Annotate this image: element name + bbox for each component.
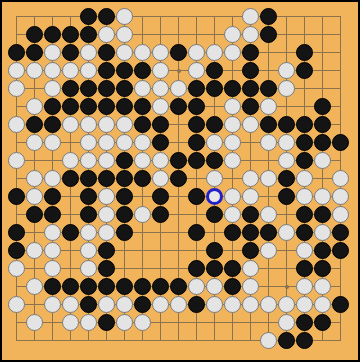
white-stone [314, 296, 331, 313]
white-stone [260, 98, 277, 115]
black-stone [296, 260, 313, 277]
white-stone [206, 170, 223, 187]
black-stone [62, 98, 79, 115]
black-stone [116, 80, 133, 97]
black-stone [116, 170, 133, 187]
white-stone [224, 26, 241, 43]
white-stone [80, 260, 97, 277]
white-stone [98, 116, 115, 133]
black-stone [98, 44, 115, 61]
white-stone [8, 152, 25, 169]
black-stone [62, 80, 79, 97]
black-stone [80, 80, 97, 97]
white-stone [80, 44, 97, 61]
white-stone [98, 134, 115, 151]
white-stone [134, 152, 151, 169]
white-stone [116, 296, 133, 313]
white-stone [80, 314, 97, 331]
black-stone [296, 116, 313, 133]
black-stone [188, 116, 205, 133]
black-stone [44, 188, 61, 205]
white-stone [242, 8, 259, 25]
white-stone [224, 98, 241, 115]
black-stone [62, 278, 79, 295]
white-stone [116, 314, 133, 331]
white-stone [206, 44, 223, 61]
black-stone [98, 242, 115, 259]
black-stone [296, 62, 313, 79]
black-stone [80, 296, 97, 313]
black-stone [98, 260, 115, 277]
white-stone [242, 296, 259, 313]
black-stone [134, 98, 151, 115]
black-stone [224, 278, 241, 295]
black-stone [278, 332, 295, 349]
black-stone [80, 206, 97, 223]
grid-line-horizontal [16, 214, 341, 215]
black-stone [188, 188, 205, 205]
white-stone [242, 278, 259, 295]
white-stone [278, 224, 295, 241]
white-stone [98, 188, 115, 205]
black-stone [116, 98, 133, 115]
white-stone [314, 188, 331, 205]
white-stone [26, 314, 43, 331]
black-stone [152, 188, 169, 205]
black-stone [332, 134, 349, 151]
black-stone [188, 224, 205, 241]
white-stone [224, 134, 241, 151]
star-point [177, 69, 181, 73]
white-stone [278, 152, 295, 169]
black-stone [8, 44, 25, 61]
white-stone [26, 134, 43, 151]
black-stone [260, 224, 277, 241]
black-stone [278, 170, 295, 187]
black-stone [98, 170, 115, 187]
black-stone [206, 116, 223, 133]
white-stone [224, 206, 241, 223]
white-stone [26, 278, 43, 295]
black-stone [170, 152, 187, 169]
white-stone [314, 152, 331, 169]
white-stone [296, 242, 313, 259]
black-stone [62, 224, 79, 241]
black-stone [80, 98, 97, 115]
white-stone [44, 224, 61, 241]
white-stone [8, 62, 25, 79]
white-stone [224, 188, 241, 205]
white-stone [314, 278, 331, 295]
white-stone [296, 278, 313, 295]
black-stone [206, 80, 223, 97]
white-stone [242, 188, 259, 205]
black-stone [116, 62, 133, 79]
grid-line-horizontal [16, 268, 341, 269]
white-stone [260, 332, 277, 349]
black-stone [170, 170, 187, 187]
white-stone [116, 134, 133, 151]
black-stone [332, 296, 349, 313]
white-stone [188, 62, 205, 79]
black-stone [26, 116, 43, 133]
black-stone [314, 260, 331, 277]
black-stone [152, 134, 169, 151]
black-stone [332, 242, 349, 259]
white-stone [278, 62, 295, 79]
black-stone [8, 224, 25, 241]
black-stone [206, 152, 223, 169]
black-stone [278, 116, 295, 133]
white-stone [152, 152, 169, 169]
black-stone [242, 98, 259, 115]
black-stone [296, 332, 313, 349]
white-stone [296, 170, 313, 187]
screenshot-stage [0, 0, 360, 362]
black-stone [116, 188, 133, 205]
black-stone [314, 116, 331, 133]
last-move-marker-stone [206, 188, 223, 205]
white-stone [278, 314, 295, 331]
white-stone [44, 296, 61, 313]
white-stone [8, 296, 25, 313]
black-stone [314, 206, 331, 223]
black-stone [44, 26, 61, 43]
black-stone [242, 62, 259, 79]
go-board[interactable] [0, 0, 360, 362]
white-stone [170, 80, 187, 97]
black-stone [80, 188, 97, 205]
black-stone [296, 314, 313, 331]
black-stone [26, 206, 43, 223]
white-stone [26, 170, 43, 187]
white-stone [260, 206, 277, 223]
black-stone [314, 98, 331, 115]
black-stone [260, 80, 277, 97]
black-stone [314, 134, 331, 151]
black-stone [152, 206, 169, 223]
white-stone [26, 62, 43, 79]
black-stone [98, 314, 115, 331]
white-stone [260, 242, 277, 259]
grid-line-horizontal [16, 16, 341, 17]
black-stone [188, 260, 205, 277]
black-stone [242, 206, 259, 223]
black-stone [170, 44, 187, 61]
black-stone [98, 62, 115, 79]
black-stone [314, 314, 331, 331]
black-stone [206, 242, 223, 259]
white-stone [260, 170, 277, 187]
white-stone [152, 296, 169, 313]
black-stone [170, 278, 187, 295]
white-stone [260, 296, 277, 313]
white-stone [134, 314, 151, 331]
white-stone [116, 8, 133, 25]
black-stone [26, 44, 43, 61]
white-stone [98, 26, 115, 43]
black-stone [98, 8, 115, 25]
black-stone [80, 8, 97, 25]
white-stone [242, 170, 259, 187]
white-stone [332, 170, 349, 187]
black-stone [134, 170, 151, 187]
black-stone [242, 224, 259, 241]
black-stone [98, 98, 115, 115]
black-stone [62, 26, 79, 43]
grid-line-horizontal [16, 250, 341, 251]
white-stone [62, 116, 79, 133]
black-stone [206, 260, 223, 277]
black-stone [8, 242, 25, 259]
black-stone [80, 278, 97, 295]
black-stone [44, 98, 61, 115]
black-stone [188, 296, 205, 313]
white-stone [278, 296, 295, 313]
black-stone [188, 152, 205, 169]
white-stone [116, 116, 133, 133]
white-stone [314, 224, 331, 241]
white-stone [98, 224, 115, 241]
black-stone [152, 116, 169, 133]
white-stone [332, 188, 349, 205]
black-stone [152, 278, 169, 295]
black-stone [332, 224, 349, 241]
white-stone [98, 206, 115, 223]
white-stone [26, 188, 43, 205]
black-stone [296, 206, 313, 223]
black-stone [26, 26, 43, 43]
black-stone [296, 224, 313, 241]
white-stone [44, 80, 61, 97]
white-stone [116, 26, 133, 43]
white-stone [224, 152, 241, 169]
white-stone [206, 134, 223, 151]
black-stone [206, 62, 223, 79]
black-stone [278, 188, 295, 205]
white-stone [116, 44, 133, 61]
white-stone [62, 296, 79, 313]
white-stone [44, 170, 61, 187]
black-stone [188, 80, 205, 97]
white-stone [278, 80, 295, 97]
white-stone [152, 170, 169, 187]
black-stone [314, 242, 331, 259]
white-stone [80, 242, 97, 259]
white-stone [8, 116, 25, 133]
black-stone [116, 152, 133, 169]
white-stone [206, 296, 223, 313]
white-stone [62, 62, 79, 79]
white-stone [332, 206, 349, 223]
black-stone [80, 170, 97, 187]
white-stone [242, 116, 259, 133]
black-stone [224, 260, 241, 277]
black-stone [116, 278, 133, 295]
black-stone [98, 278, 115, 295]
black-stone [116, 206, 133, 223]
white-stone [80, 62, 97, 79]
white-stone [260, 134, 277, 151]
black-stone [44, 206, 61, 223]
black-stone [242, 80, 259, 97]
white-stone [296, 188, 313, 205]
black-stone [260, 26, 277, 43]
white-stone [80, 224, 97, 241]
white-stone [98, 152, 115, 169]
white-stone [134, 44, 151, 61]
white-stone [296, 296, 313, 313]
white-stone [278, 134, 295, 151]
white-stone [224, 116, 241, 133]
black-stone [296, 44, 313, 61]
white-stone [224, 44, 241, 61]
white-stone [152, 80, 169, 97]
white-stone [80, 116, 97, 133]
black-stone [80, 26, 97, 43]
white-stone [80, 152, 97, 169]
white-stone [242, 26, 259, 43]
black-stone [260, 8, 277, 25]
black-stone [242, 242, 259, 259]
black-stone [134, 296, 151, 313]
white-stone [188, 278, 205, 295]
black-stone [44, 278, 61, 295]
white-stone [152, 44, 169, 61]
black-stone [260, 116, 277, 133]
white-stone [242, 260, 259, 277]
white-stone [80, 134, 97, 151]
black-stone [296, 134, 313, 151]
white-stone [170, 296, 187, 313]
black-stone [134, 62, 151, 79]
white-stone [134, 134, 151, 151]
white-stone [62, 152, 79, 169]
white-stone [134, 80, 151, 97]
white-stone [26, 98, 43, 115]
black-stone [242, 44, 259, 61]
white-stone [152, 98, 169, 115]
black-stone [296, 152, 313, 169]
black-stone [8, 188, 25, 205]
white-stone [134, 206, 151, 223]
black-stone [206, 206, 223, 223]
black-stone [134, 278, 151, 295]
white-stone [188, 44, 205, 61]
black-stone [170, 98, 187, 115]
white-stone [224, 296, 241, 313]
white-stone [8, 260, 25, 277]
black-stone [134, 116, 151, 133]
black-stone [224, 80, 241, 97]
white-stone [44, 62, 61, 79]
black-stone [188, 134, 205, 151]
white-stone [98, 296, 115, 313]
white-stone [44, 134, 61, 151]
white-stone [206, 278, 223, 295]
white-stone [44, 44, 61, 61]
white-stone [26, 242, 43, 259]
black-stone [44, 116, 61, 133]
black-stone [224, 224, 241, 241]
star-point [285, 285, 289, 289]
black-stone [62, 170, 79, 187]
white-stone [8, 80, 25, 97]
white-stone [44, 260, 61, 277]
white-stone [152, 62, 169, 79]
black-stone [98, 80, 115, 97]
white-stone [62, 314, 79, 331]
black-stone [188, 98, 205, 115]
white-stone [44, 242, 61, 259]
black-stone [62, 44, 79, 61]
black-stone [116, 224, 133, 241]
